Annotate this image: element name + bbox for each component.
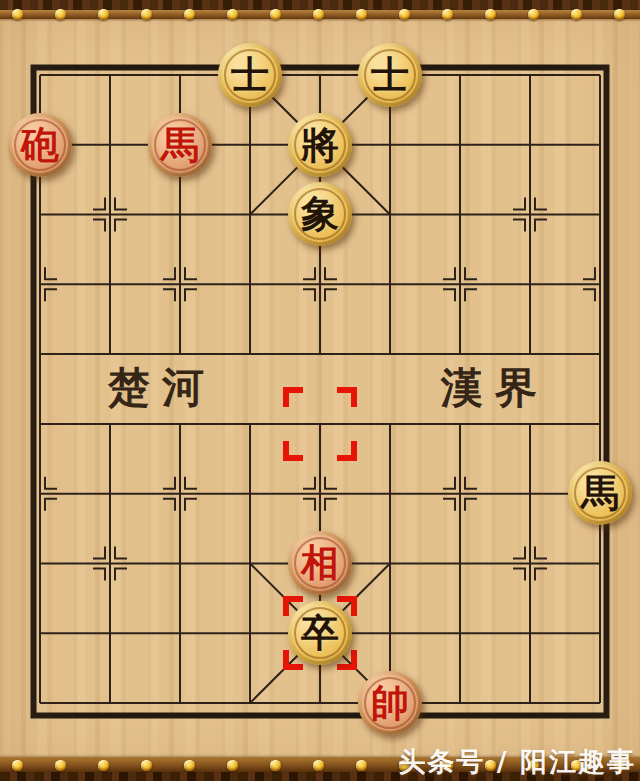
stud-icon <box>270 9 281 20</box>
piece-black-advisor-left[interactable]: 士 <box>218 43 282 107</box>
piece-black-general[interactable]: 將 <box>288 113 352 177</box>
stud-icon <box>399 9 410 20</box>
stud-icon <box>442 9 453 20</box>
moved-piece-marker <box>283 387 357 461</box>
piece-character: 象 <box>301 195 339 233</box>
board-point: 士 <box>215 40 285 110</box>
piece-character: 將 <box>301 126 339 164</box>
board-point: 象 <box>285 180 355 250</box>
piece-face: 帥 <box>362 675 418 731</box>
stud-icon <box>55 760 66 771</box>
piece-face: 將 <box>292 117 348 173</box>
stud-icon <box>313 760 324 771</box>
board-point: 帥 <box>355 668 425 738</box>
stud-icon <box>12 9 23 20</box>
board-point: 士 <box>355 40 425 110</box>
stud-icon <box>227 9 238 20</box>
stud-icon <box>313 9 324 20</box>
piece-face: 馬 <box>572 465 628 521</box>
board-point: 馬 <box>565 459 635 529</box>
piece-red-elephant[interactable]: 相 <box>288 531 352 595</box>
piece-character: 砲 <box>21 126 59 164</box>
piece-character: 士 <box>371 56 409 94</box>
board-point: 砲 <box>5 110 75 180</box>
piece-face: 相 <box>292 535 348 591</box>
stud-icon <box>184 760 195 771</box>
piece-red-cannon[interactable]: 砲 <box>8 113 72 177</box>
xiangqi-app: 楚河 漢界 士士砲馬將象馬相卒帥 头条号 / 阳江趣事 <box>0 0 640 781</box>
piece-face: 砲 <box>12 117 68 173</box>
watermark: 头条号 / 阳江趣事 <box>398 744 636 780</box>
piece-face: 馬 <box>152 117 208 173</box>
piece-black-elephant[interactable]: 象 <box>288 182 352 246</box>
stud-icon <box>528 9 539 20</box>
stud-icon <box>141 9 152 20</box>
piece-red-general[interactable]: 帥 <box>358 671 422 735</box>
piece-black-horse[interactable]: 馬 <box>568 461 632 525</box>
piece-red-horse[interactable]: 馬 <box>148 113 212 177</box>
stud-icon <box>184 9 195 20</box>
stud-icon <box>227 760 238 771</box>
stud-icon <box>98 760 109 771</box>
piece-character: 馬 <box>581 474 619 512</box>
stud-icon <box>55 9 66 20</box>
board-point: 馬 <box>145 110 215 180</box>
piece-character: 卒 <box>301 614 339 652</box>
stud-icon <box>571 9 582 20</box>
stud-icon <box>614 9 625 20</box>
piece-face: 象 <box>292 186 348 242</box>
piece-black-soldier[interactable]: 卒 <box>288 601 352 665</box>
stud-icon <box>141 760 152 771</box>
piece-face: 士 <box>362 47 418 103</box>
board-points[interactable]: 士士砲馬將象馬相卒帥 <box>5 40 635 738</box>
piece-character: 帥 <box>371 684 409 722</box>
stud-icon <box>12 760 23 771</box>
board-point: 卒 <box>285 598 355 668</box>
piece-face: 卒 <box>292 605 348 661</box>
piece-character: 馬 <box>161 126 199 164</box>
piece-character: 士 <box>231 56 269 94</box>
piece-black-advisor-right[interactable]: 士 <box>358 43 422 107</box>
board-point: 相 <box>285 528 355 598</box>
stud-icon <box>270 760 281 771</box>
board-point: 將 <box>285 110 355 180</box>
piece-face: 士 <box>222 47 278 103</box>
stud-icon <box>485 9 496 20</box>
stud-icon <box>98 9 109 20</box>
stud-icon <box>356 760 367 771</box>
stud-icon <box>356 9 367 20</box>
piece-character: 相 <box>301 544 339 582</box>
